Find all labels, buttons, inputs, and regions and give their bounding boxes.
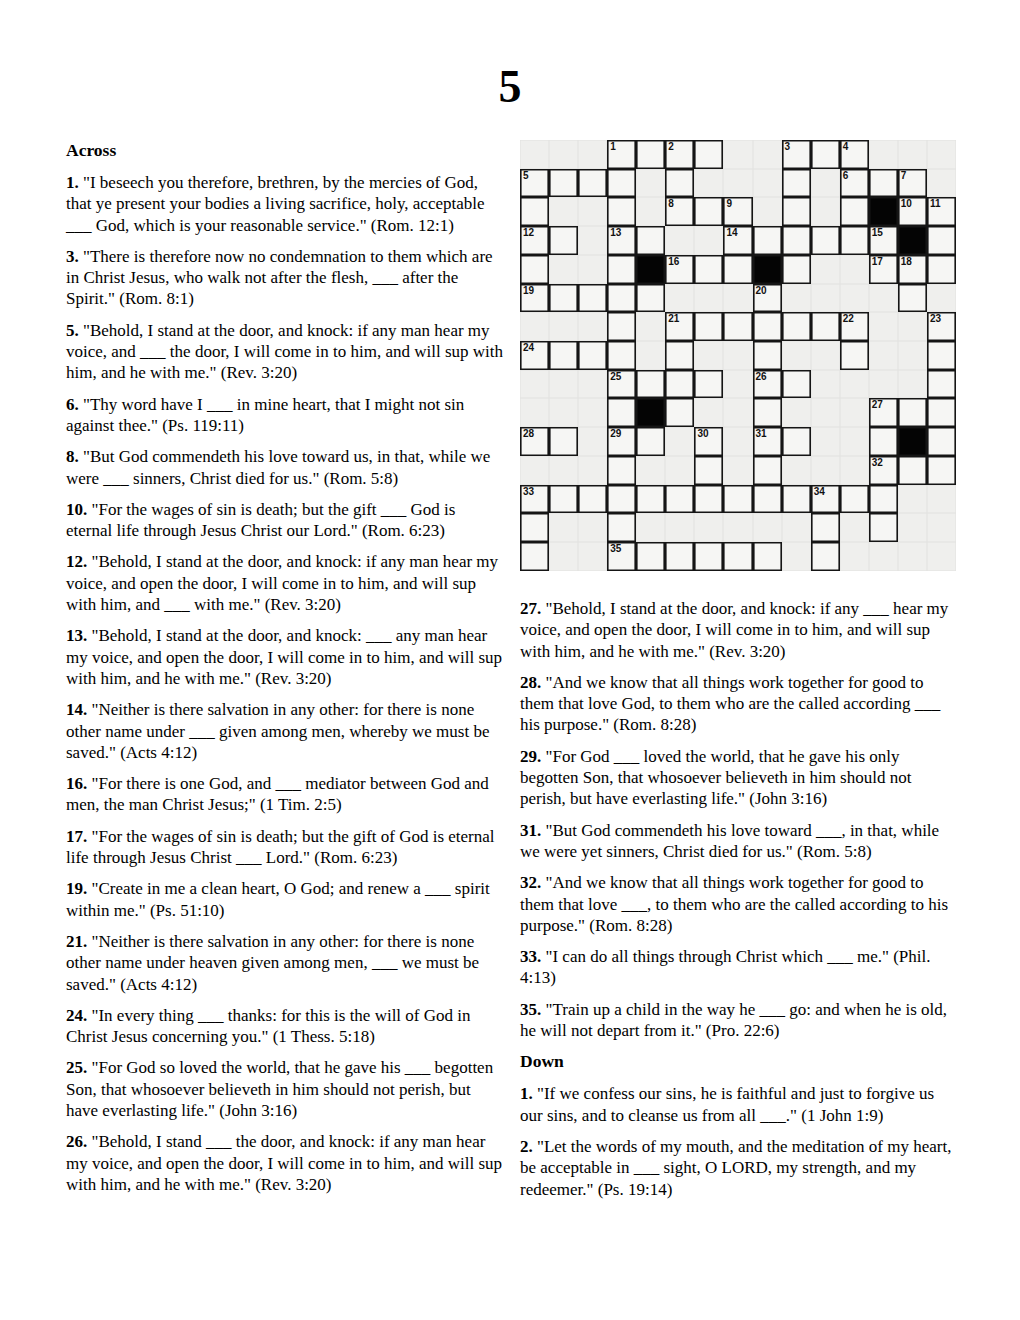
grid-background-cell bbox=[578, 542, 607, 571]
grid-cell[interactable] bbox=[578, 169, 607, 198]
grid-cell[interactable]: 14 bbox=[723, 226, 752, 255]
grid-cell[interactable]: 27 bbox=[869, 398, 898, 427]
grid-background-cell bbox=[636, 197, 665, 226]
clue-number: 25. bbox=[66, 1058, 87, 1077]
grid-cell[interactable] bbox=[811, 513, 840, 542]
cell-number: 32 bbox=[872, 457, 883, 468]
cell-number: 12 bbox=[523, 227, 534, 238]
grid-background-cell bbox=[723, 284, 752, 313]
clue-number: 3. bbox=[66, 247, 79, 266]
grid-background-cell bbox=[520, 456, 549, 485]
cell-number: 9 bbox=[726, 198, 732, 209]
grid-cell[interactable]: 9 bbox=[723, 197, 752, 226]
grid-cell[interactable]: 8 bbox=[665, 197, 694, 226]
grid-background-cell bbox=[578, 197, 607, 226]
clue-number: 26. bbox=[66, 1132, 87, 1151]
clue-number: 32. bbox=[520, 873, 541, 892]
grid-background-cell bbox=[723, 456, 752, 485]
grid-cell[interactable] bbox=[840, 226, 869, 255]
grid-background-cell bbox=[694, 226, 723, 255]
grid-cell[interactable] bbox=[520, 542, 549, 571]
cell-number: 21 bbox=[668, 313, 679, 324]
grid-background-cell bbox=[782, 542, 811, 571]
grid-cell[interactable] bbox=[694, 312, 723, 341]
grid-background-cell bbox=[898, 485, 927, 514]
grid-background-cell bbox=[694, 513, 723, 542]
grid-cell[interactable] bbox=[607, 485, 636, 514]
grid-background-cell bbox=[869, 542, 898, 571]
grid-background-cell bbox=[578, 370, 607, 399]
grid-cell[interactable]: 15 bbox=[869, 226, 898, 255]
clue-number: 29. bbox=[520, 747, 541, 766]
grid-cell[interactable] bbox=[723, 312, 752, 341]
grid-cell[interactable]: 18 bbox=[898, 255, 927, 284]
grid-cell[interactable] bbox=[811, 226, 840, 255]
grid-background-cell bbox=[723, 513, 752, 542]
grid-cell[interactable] bbox=[840, 197, 869, 226]
grid-cell[interactable] bbox=[520, 197, 549, 226]
grid-cell[interactable]: 33 bbox=[520, 485, 549, 514]
clue: 35. "Train up a child in the way he ___ … bbox=[520, 999, 957, 1042]
grid-cell[interactable]: 19 bbox=[520, 284, 549, 313]
clue-number: 21. bbox=[66, 932, 87, 951]
grid-cell[interactable] bbox=[549, 226, 578, 255]
grid-background-cell bbox=[869, 341, 898, 370]
cell-number: 23 bbox=[930, 313, 941, 324]
grid-cell[interactable] bbox=[782, 485, 811, 514]
grid-background-cell bbox=[927, 140, 956, 169]
grid-cell[interactable] bbox=[927, 255, 956, 284]
clue-number: 2. bbox=[520, 1137, 533, 1156]
grid-cell[interactable] bbox=[811, 140, 840, 169]
grid-cell[interactable]: 21 bbox=[665, 312, 694, 341]
grid-black-cell bbox=[898, 226, 927, 255]
clue-number: 8. bbox=[66, 447, 79, 466]
clue: 16. "For there is one God, and ___ media… bbox=[66, 773, 503, 816]
grid-cell[interactable] bbox=[578, 485, 607, 514]
grid-background-cell bbox=[840, 427, 869, 456]
grid-background-cell bbox=[578, 255, 607, 284]
clue: 29. "For God ___ loved the world, that h… bbox=[520, 746, 957, 810]
clue-number: 10. bbox=[66, 500, 87, 519]
grid-black-cell bbox=[869, 197, 898, 226]
grid-cell[interactable] bbox=[927, 398, 956, 427]
grid-cell[interactable] bbox=[578, 284, 607, 313]
grid-background-cell bbox=[520, 312, 549, 341]
grid-cell[interactable] bbox=[782, 169, 811, 198]
grid-background-cell bbox=[636, 513, 665, 542]
grid-cell[interactable] bbox=[549, 427, 578, 456]
grid-background-cell bbox=[869, 312, 898, 341]
grid-cell[interactable] bbox=[869, 513, 898, 542]
grid-background-cell bbox=[811, 197, 840, 226]
grid-cell[interactable]: 1 bbox=[607, 140, 636, 169]
cell-number: 33 bbox=[523, 486, 534, 497]
grid-cell[interactable] bbox=[694, 456, 723, 485]
grid-cell[interactable]: 5 bbox=[520, 169, 549, 198]
clue-number: 31. bbox=[520, 821, 541, 840]
cell-number: 27 bbox=[872, 399, 883, 410]
grid-background-cell bbox=[578, 456, 607, 485]
cell-number: 22 bbox=[843, 313, 854, 324]
grid-background-cell bbox=[811, 341, 840, 370]
grid-cell[interactable] bbox=[927, 427, 956, 456]
grid-cell[interactable] bbox=[665, 169, 694, 198]
grid-background-cell bbox=[898, 513, 927, 542]
grid-background-cell bbox=[549, 456, 578, 485]
grid-cell[interactable]: 26 bbox=[753, 370, 782, 399]
grid-cell[interactable] bbox=[549, 284, 578, 313]
grid-background-cell bbox=[840, 456, 869, 485]
grid-cell[interactable] bbox=[665, 485, 694, 514]
grid-background-cell bbox=[636, 169, 665, 198]
grid-cell[interactable]: 30 bbox=[694, 427, 723, 456]
grid-cell[interactable] bbox=[753, 485, 782, 514]
grid-cell[interactable]: 35 bbox=[607, 542, 636, 571]
grid-background-cell bbox=[636, 456, 665, 485]
clue: 19. "Create in me a clean heart, O God; … bbox=[66, 878, 503, 921]
grid-background-cell bbox=[898, 140, 927, 169]
grid-cell[interactable] bbox=[811, 542, 840, 571]
grid-cell[interactable]: 24 bbox=[520, 341, 549, 370]
clue: 28. "And we know that all things work to… bbox=[520, 672, 957, 736]
grid-cell[interactable]: 34 bbox=[811, 485, 840, 514]
crossword-grid: 1234567891011121314151617181920212223242… bbox=[520, 140, 956, 571]
clue: 14. "Neither is there salvation in any o… bbox=[66, 699, 503, 763]
grid-cell[interactable] bbox=[636, 284, 665, 313]
grid-cell[interactable] bbox=[869, 427, 898, 456]
grid-black-cell bbox=[636, 255, 665, 284]
grid-cell[interactable]: 4 bbox=[840, 140, 869, 169]
clue: 8. "But God commendeth his love toward u… bbox=[66, 446, 503, 489]
grid-cell[interactable] bbox=[782, 197, 811, 226]
cell-number: 8 bbox=[668, 198, 674, 209]
grid-background-cell bbox=[636, 312, 665, 341]
clue: 10. "For the wages of sin is death; but … bbox=[66, 499, 503, 542]
across-heading: Across bbox=[66, 140, 503, 161]
clue: 32. "And we know that all things work to… bbox=[520, 872, 957, 936]
clue: 6. "Thy word have I ___ in mine heart, t… bbox=[66, 394, 503, 437]
grid-background-cell bbox=[636, 341, 665, 370]
grid-cell[interactable] bbox=[694, 485, 723, 514]
grid-background-cell bbox=[840, 542, 869, 571]
clue: 31. "But God commendeth his love toward … bbox=[520, 820, 957, 863]
grid-cell[interactable]: 25 bbox=[607, 370, 636, 399]
grid-cell[interactable] bbox=[723, 542, 752, 571]
grid-background-cell bbox=[811, 456, 840, 485]
grid-cell[interactable]: 29 bbox=[607, 427, 636, 456]
grid-cell[interactable]: 7 bbox=[898, 169, 927, 198]
grid-cell[interactable] bbox=[694, 140, 723, 169]
grid-background-cell bbox=[694, 169, 723, 198]
clue-number: 28. bbox=[520, 673, 541, 692]
grid-black-cell bbox=[753, 255, 782, 284]
grid-background-cell bbox=[723, 370, 752, 399]
cell-number: 1 bbox=[610, 141, 616, 152]
grid-background-cell bbox=[723, 427, 752, 456]
clue: 17. "For the wages of sin is death; but … bbox=[66, 826, 503, 869]
grid-background-cell bbox=[927, 485, 956, 514]
grid-background-cell bbox=[578, 398, 607, 427]
clue: 1. "If we confess our sins, he is faithf… bbox=[520, 1083, 957, 1126]
cell-number: 10 bbox=[901, 198, 912, 209]
grid-cell[interactable]: 28 bbox=[520, 427, 549, 456]
grid-background-cell bbox=[927, 542, 956, 571]
grid-cell[interactable] bbox=[607, 513, 636, 542]
grid-cell[interactable]: 2 bbox=[665, 140, 694, 169]
clue: 21. "Neither is there salvation in any o… bbox=[66, 931, 503, 995]
grid-cell[interactable] bbox=[869, 485, 898, 514]
clue: 25. "For God so loved the world, that he… bbox=[66, 1057, 503, 1121]
grid-cell[interactable] bbox=[665, 341, 694, 370]
grid-background-cell bbox=[753, 197, 782, 226]
grid-black-cell bbox=[898, 427, 927, 456]
grid-cell[interactable] bbox=[520, 255, 549, 284]
grid-cell[interactable] bbox=[723, 255, 752, 284]
grid-background-cell bbox=[549, 312, 578, 341]
clue: 3. "There is therefore now no condemnati… bbox=[66, 246, 503, 310]
clue: 2. "Let the words of my mouth, and the m… bbox=[520, 1136, 957, 1200]
grid-cell[interactable]: 6 bbox=[840, 169, 869, 198]
grid-background-cell bbox=[520, 398, 549, 427]
grid-background-cell bbox=[927, 169, 956, 198]
grid-background-cell bbox=[753, 169, 782, 198]
cell-number: 13 bbox=[610, 227, 621, 238]
grid-cell[interactable] bbox=[753, 456, 782, 485]
grid-cell[interactable] bbox=[753, 226, 782, 255]
cell-number: 20 bbox=[756, 285, 767, 296]
grid-background-cell bbox=[840, 398, 869, 427]
grid-background-cell bbox=[782, 398, 811, 427]
cell-number: 3 bbox=[785, 141, 791, 152]
grid-cell[interactable] bbox=[636, 427, 665, 456]
grid-background-cell bbox=[723, 341, 752, 370]
clue: 5. "Behold, I stand at the door, and kno… bbox=[66, 320, 503, 384]
grid-cell[interactable] bbox=[927, 370, 956, 399]
grid-cell[interactable]: 17 bbox=[869, 255, 898, 284]
cell-number: 35 bbox=[610, 543, 621, 554]
grid-background-cell bbox=[578, 312, 607, 341]
grid-cell[interactable] bbox=[636, 226, 665, 255]
grid-cell[interactable] bbox=[694, 255, 723, 284]
grid-background-cell bbox=[578, 513, 607, 542]
grid-background-cell bbox=[782, 513, 811, 542]
cell-number: 29 bbox=[610, 428, 621, 439]
grid-cell[interactable] bbox=[782, 370, 811, 399]
grid-background-cell bbox=[549, 542, 578, 571]
grid-background-cell bbox=[869, 140, 898, 169]
grid-background-cell bbox=[927, 284, 956, 313]
grid-cell[interactable] bbox=[520, 513, 549, 542]
grid-background-cell bbox=[898, 370, 927, 399]
grid-background-cell bbox=[840, 513, 869, 542]
cell-number: 28 bbox=[523, 428, 534, 439]
down-heading: Down bbox=[520, 1051, 957, 1072]
grid-background-cell bbox=[927, 513, 956, 542]
cell-number: 31 bbox=[756, 428, 767, 439]
grid-cell[interactable] bbox=[927, 341, 956, 370]
grid-cell[interactable]: 16 bbox=[665, 255, 694, 284]
grid-cell[interactable]: 31 bbox=[753, 427, 782, 456]
grid-background-cell bbox=[578, 226, 607, 255]
grid-cell[interactable] bbox=[607, 312, 636, 341]
grid-cell[interactable]: 12 bbox=[520, 226, 549, 255]
grid-background-cell bbox=[753, 513, 782, 542]
clue: 27. "Behold, I stand at the door, and kn… bbox=[520, 598, 957, 662]
grid-background-cell bbox=[898, 542, 927, 571]
cell-number: 17 bbox=[872, 256, 883, 267]
clue-number: 6. bbox=[66, 395, 79, 414]
clue: 1. "I beseech you therefore, brethren, b… bbox=[66, 172, 503, 236]
across-clues-left: 1. "I beseech you therefore, brethren, b… bbox=[66, 172, 503, 1195]
cell-number: 14 bbox=[726, 227, 737, 238]
grid-cell[interactable]: 10 bbox=[898, 197, 927, 226]
grid-cell[interactable] bbox=[607, 398, 636, 427]
grid-cell[interactable] bbox=[549, 341, 578, 370]
clue-number: 16. bbox=[66, 774, 87, 793]
grid-background-cell bbox=[811, 169, 840, 198]
clue-number: 19. bbox=[66, 879, 87, 898]
grid-background-cell bbox=[723, 140, 752, 169]
grid-cell[interactable] bbox=[694, 197, 723, 226]
clue-number: 35. bbox=[520, 1000, 541, 1019]
grid-background-cell bbox=[811, 427, 840, 456]
cell-number: 34 bbox=[814, 486, 825, 497]
grid-background-cell bbox=[840, 284, 869, 313]
down-clues: 1. "If we confess our sins, he is faithf… bbox=[520, 1083, 957, 1199]
cell-number: 15 bbox=[872, 227, 883, 238]
right-column: 1234567891011121314151617181920212223242… bbox=[520, 140, 957, 1210]
grid-cell[interactable] bbox=[927, 456, 956, 485]
cell-number: 7 bbox=[901, 170, 907, 181]
grid-cell[interactable] bbox=[723, 485, 752, 514]
grid-cell[interactable]: 13 bbox=[607, 226, 636, 255]
grid-cell[interactable] bbox=[636, 140, 665, 169]
grid-cell[interactable] bbox=[636, 485, 665, 514]
cell-number: 16 bbox=[668, 256, 679, 267]
grid-background-cell bbox=[898, 341, 927, 370]
clue: 33. "I can do all things through Christ … bbox=[520, 946, 957, 989]
grid-cell[interactable] bbox=[869, 169, 898, 198]
grid-background-cell bbox=[520, 140, 549, 169]
clue: 13. "Behold, I stand at the door, and kn… bbox=[66, 625, 503, 689]
grid-background-cell bbox=[840, 370, 869, 399]
cell-number: 18 bbox=[901, 256, 912, 267]
clue-number: 24. bbox=[66, 1006, 87, 1025]
clue-number: 13. bbox=[66, 626, 87, 645]
grid-cell[interactable] bbox=[753, 398, 782, 427]
grid-background-cell bbox=[549, 513, 578, 542]
grid-cell[interactable]: 23 bbox=[927, 312, 956, 341]
grid-cell[interactable] bbox=[607, 169, 636, 198]
grid-cell[interactable] bbox=[636, 370, 665, 399]
grid-cell[interactable] bbox=[694, 542, 723, 571]
cell-number: 24 bbox=[523, 342, 534, 353]
grid-background-cell bbox=[549, 255, 578, 284]
grid-background-cell bbox=[782, 284, 811, 313]
grid-background-cell bbox=[782, 341, 811, 370]
clue-number: 1. bbox=[520, 1084, 533, 1103]
grid-cell[interactable] bbox=[578, 341, 607, 370]
grid-background-cell bbox=[694, 341, 723, 370]
grid-cell[interactable] bbox=[549, 485, 578, 514]
grid-cell[interactable] bbox=[636, 542, 665, 571]
grid-background-cell bbox=[723, 398, 752, 427]
clue: 24. "In every thing ___ thanks: for this… bbox=[66, 1005, 503, 1048]
grid-background-cell bbox=[665, 513, 694, 542]
grid-cell[interactable]: 22 bbox=[840, 312, 869, 341]
grid-background-cell bbox=[549, 370, 578, 399]
clue-number: 5. bbox=[66, 321, 79, 340]
grid-cell[interactable] bbox=[811, 312, 840, 341]
grid-cell[interactable] bbox=[665, 398, 694, 427]
grid-cell[interactable] bbox=[665, 370, 694, 399]
grid-cell[interactable] bbox=[840, 485, 869, 514]
grid-background-cell bbox=[549, 140, 578, 169]
grid-background-cell bbox=[811, 370, 840, 399]
grid-background-cell bbox=[549, 197, 578, 226]
grid-cell[interactable] bbox=[927, 226, 956, 255]
grid-background-cell bbox=[549, 398, 578, 427]
grid-cell[interactable] bbox=[782, 312, 811, 341]
grid-cell[interactable]: 11 bbox=[927, 197, 956, 226]
grid-background-cell bbox=[520, 370, 549, 399]
cell-number: 6 bbox=[843, 170, 849, 181]
cell-number: 5 bbox=[523, 170, 529, 181]
grid-cell[interactable]: 3 bbox=[782, 140, 811, 169]
cell-number: 26 bbox=[756, 371, 767, 382]
clue-number: 27. bbox=[520, 599, 541, 618]
clue: 12. "Behold, I stand at the door, and kn… bbox=[66, 551, 503, 615]
grid-background-cell bbox=[665, 226, 694, 255]
grid-background-cell bbox=[811, 255, 840, 284]
grid-cell[interactable] bbox=[898, 456, 927, 485]
grid-background-cell bbox=[782, 456, 811, 485]
grid-cell[interactable] bbox=[607, 197, 636, 226]
grid-cell[interactable] bbox=[782, 427, 811, 456]
grid-cell[interactable] bbox=[753, 542, 782, 571]
grid-cell[interactable] bbox=[782, 226, 811, 255]
grid-cell[interactable] bbox=[898, 284, 927, 313]
grid-cell[interactable] bbox=[753, 312, 782, 341]
grid-background-cell bbox=[694, 398, 723, 427]
grid-cell[interactable] bbox=[840, 341, 869, 370]
grid-cell[interactable] bbox=[782, 255, 811, 284]
cell-number: 30 bbox=[697, 428, 708, 439]
clue-number: 14. bbox=[66, 700, 87, 719]
clue-number: 1. bbox=[66, 173, 79, 192]
grid-cell[interactable] bbox=[665, 542, 694, 571]
grid-cell[interactable] bbox=[607, 456, 636, 485]
grid-background-cell bbox=[869, 370, 898, 399]
clue-number: 33. bbox=[520, 947, 541, 966]
grid-cell[interactable]: 32 bbox=[869, 456, 898, 485]
grid-cell[interactable]: 20 bbox=[753, 284, 782, 313]
grid-background-cell bbox=[723, 169, 752, 198]
clue: 26. "Behold, I stand ___ the door, and k… bbox=[66, 1131, 503, 1195]
grid-background-cell bbox=[811, 398, 840, 427]
grid-cell[interactable] bbox=[607, 341, 636, 370]
grid-cell[interactable] bbox=[694, 370, 723, 399]
cell-number: 25 bbox=[610, 371, 621, 382]
grid-cell[interactable] bbox=[753, 341, 782, 370]
grid-cell[interactable] bbox=[607, 255, 636, 284]
cell-number: 2 bbox=[668, 141, 674, 152]
grid-cell[interactable] bbox=[549, 169, 578, 198]
grid-cell[interactable] bbox=[607, 284, 636, 313]
grid-cell[interactable] bbox=[898, 398, 927, 427]
cell-number: 11 bbox=[930, 198, 941, 209]
